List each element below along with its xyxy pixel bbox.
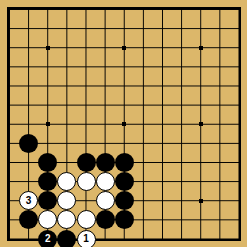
star-point (122, 122, 126, 126)
white-stone (77, 172, 96, 191)
black-stone (38, 172, 57, 191)
white-stone-move-1: 1 (77, 230, 96, 247)
white-stone (96, 172, 115, 191)
star-point (199, 122, 203, 126)
black-stone (38, 153, 57, 172)
black-stone (96, 153, 115, 172)
star-point (46, 122, 50, 126)
star-point (199, 199, 203, 203)
white-stone (38, 210, 57, 229)
white-stone (57, 191, 76, 210)
white-stone (57, 210, 76, 229)
black-stone (115, 210, 134, 229)
black-stone (115, 191, 134, 210)
star-point (46, 46, 50, 50)
black-stone (115, 153, 134, 172)
white-stone (77, 210, 96, 229)
black-stone (57, 230, 76, 247)
black-stone (19, 210, 38, 229)
black-stone-move-2: 2 (38, 230, 57, 247)
black-stone (96, 210, 115, 229)
white-stone (57, 172, 76, 191)
go-board[interactable]: 321 (7, 7, 241, 241)
star-point (199, 46, 203, 50)
white-stone (96, 191, 115, 210)
white-stone-move-3: 3 (19, 191, 38, 210)
black-stone (115, 172, 134, 191)
black-stone (77, 153, 96, 172)
black-stone (19, 134, 38, 153)
star-point (122, 46, 126, 50)
go-board-diagram: 321 (0, 0, 247, 247)
black-stone (38, 191, 57, 210)
